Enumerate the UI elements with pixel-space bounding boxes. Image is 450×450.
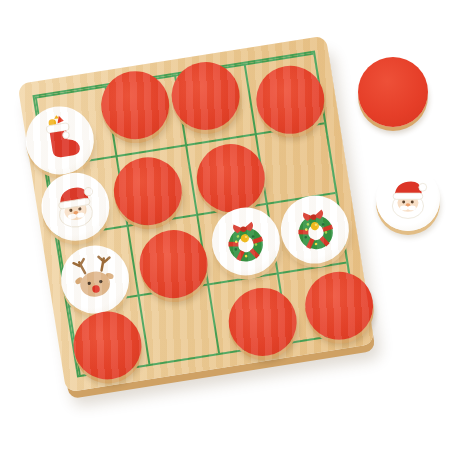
piece-santa-disc[interactable] xyxy=(376,167,440,231)
board-cell-r2c4[interactable] xyxy=(255,122,336,203)
santa-face-icon xyxy=(45,176,106,237)
christmas-stocking-icon xyxy=(29,110,90,171)
piece-red-disc[interactable] xyxy=(358,57,428,127)
santa-face-icon xyxy=(383,174,433,224)
christmas-wreath-icon xyxy=(285,199,346,260)
game-board xyxy=(18,36,375,393)
product-photo-scene xyxy=(0,0,450,450)
christmas-wreath-icon xyxy=(215,211,276,272)
reindeer-face-icon xyxy=(65,249,126,310)
